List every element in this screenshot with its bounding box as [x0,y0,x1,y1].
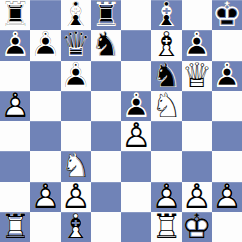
piece-black-pawn[interactable]: ♟♙ [212,61,242,91]
piece-outline-glyph: ♘ [151,58,181,92]
piece-white-king[interactable]: ♚♔ [182,212,212,242]
piece-outline-glyph: ♙ [181,179,211,213]
square-h5[interactable] [212,91,242,121]
square-f4[interactable] [151,121,181,151]
square-e3[interactable] [121,151,151,181]
piece-fill-glyph: ♞ [151,58,181,92]
piece-black-pawn[interactable]: ♟♙ [30,30,60,60]
piece-outline-glyph: ♖ [0,0,30,31]
square-b2[interactable]: ♟♙ [30,182,60,212]
piece-outline-glyph: ♙ [60,179,90,213]
piece-fill-glyph: ♝ [60,0,90,31]
square-f5[interactable]: ♞♘ [151,91,181,121]
piece-black-knight[interactable]: ♞♘ [151,61,181,91]
piece-white-rook[interactable]: ♜♖ [151,212,181,242]
square-f2[interactable]: ♟♙ [151,182,181,212]
piece-fill-glyph: ♞ [151,88,181,122]
piece-white-pawn[interactable]: ♟♙ [182,182,212,212]
square-b1[interactable] [30,212,60,242]
piece-fill-glyph: ♝ [151,28,181,62]
piece-fill-glyph: ♞ [60,149,90,183]
piece-fill-glyph: ♟ [181,179,211,213]
piece-fill-glyph: ♝ [60,209,90,242]
piece-outline-glyph: ♘ [151,88,181,122]
square-g8[interactable] [182,0,212,30]
square-h4[interactable] [212,121,242,151]
piece-white-bishop[interactable]: ♝♗ [151,30,181,60]
piece-outline-glyph: ♙ [212,179,242,213]
piece-fill-glyph: ♟ [30,28,60,62]
piece-fill-glyph: ♚ [212,0,242,31]
square-b8[interactable] [30,0,60,30]
piece-outline-glyph: ♔ [212,0,242,31]
piece-black-bishop[interactable]: ♝♗ [61,0,91,30]
square-c5[interactable] [61,91,91,121]
square-b4[interactable] [30,121,60,151]
piece-black-queen[interactable]: ♛♕ [61,30,91,60]
square-a5[interactable]: ♟♙ [0,91,30,121]
piece-fill-glyph: ♟ [121,118,151,152]
square-h7[interactable] [212,30,242,60]
piece-black-bishop[interactable]: ♝♗ [151,0,181,30]
square-d7[interactable]: ♞♘ [91,30,121,60]
square-a7[interactable]: ♟♙ [0,30,30,60]
piece-black-pawn[interactable]: ♟♙ [121,91,151,121]
square-h8[interactable]: ♚♔ [212,0,242,30]
piece-outline-glyph: ♖ [91,0,121,31]
chess-board: ♜♖♝♗♜♖♝♗♚♔♟♙♟♙♛♕♞♘♝♗♟♙♟♙♞♘♛♕♟♙♟♙♟♙♞♘♟♙♞♘… [0,0,242,242]
piece-outline-glyph: ♙ [121,88,151,122]
piece-fill-glyph: ♟ [0,28,30,62]
square-e1[interactable] [121,212,151,242]
square-f8[interactable]: ♝♗ [151,0,181,30]
piece-white-pawn[interactable]: ♟♙ [151,182,181,212]
piece-outline-glyph: ♙ [151,179,181,213]
square-g4[interactable] [182,121,212,151]
piece-fill-glyph: ♟ [121,88,151,122]
piece-outline-glyph: ♙ [0,28,30,62]
square-e4[interactable]: ♟♙ [121,121,151,151]
piece-black-pawn[interactable]: ♟♙ [182,30,212,60]
piece-white-knight[interactable]: ♞♘ [151,91,181,121]
piece-outline-glyph: ♕ [181,58,211,92]
piece-outline-glyph: ♙ [181,28,211,62]
piece-outline-glyph: ♕ [60,28,90,62]
piece-white-pawn[interactable]: ♟♙ [30,182,60,212]
square-b6[interactable] [30,61,60,91]
square-c3[interactable]: ♞♘ [61,151,91,181]
piece-outline-glyph: ♔ [181,209,211,242]
piece-white-knight[interactable]: ♞♘ [61,151,91,181]
square-c6[interactable]: ♟♙ [61,61,91,91]
square-d2[interactable] [91,182,121,212]
square-b7[interactable]: ♟♙ [30,30,60,60]
piece-white-pawn[interactable]: ♟♙ [0,91,30,121]
piece-fill-glyph: ♜ [91,0,121,31]
piece-outline-glyph: ♙ [30,179,60,213]
square-d1[interactable] [91,212,121,242]
piece-fill-glyph: ♞ [91,28,121,62]
square-a4[interactable] [0,121,30,151]
square-d8[interactable]: ♜♖ [91,0,121,30]
square-g6[interactable]: ♛♕ [182,61,212,91]
square-e7[interactable] [121,30,151,60]
piece-fill-glyph: ♚ [181,209,211,242]
square-b3[interactable] [30,151,60,181]
square-h2[interactable]: ♟♙ [212,182,242,212]
square-h6[interactable]: ♟♙ [212,61,242,91]
square-a8[interactable]: ♜♖ [0,0,30,30]
piece-white-pawn[interactable]: ♟♙ [61,182,91,212]
piece-outline-glyph: ♖ [0,209,30,242]
square-c1[interactable]: ♝♗ [61,212,91,242]
square-g7[interactable]: ♟♙ [182,30,212,60]
square-c7[interactable]: ♛♕ [61,30,91,60]
square-b5[interactable] [30,91,60,121]
square-d3[interactable] [91,151,121,181]
square-g5[interactable] [182,91,212,121]
square-f3[interactable] [151,151,181,181]
square-c8[interactable]: ♝♗ [61,0,91,30]
square-a6[interactable] [0,61,30,91]
piece-black-knight[interactable]: ♞♘ [91,30,121,60]
square-d4[interactable] [91,121,121,151]
piece-fill-glyph: ♜ [0,209,30,242]
square-e6[interactable] [121,61,151,91]
square-g2[interactable]: ♟♙ [182,182,212,212]
piece-fill-glyph: ♟ [60,58,90,92]
piece-fill-glyph: ♝ [151,0,181,31]
square-a3[interactable] [0,151,30,181]
square-g3[interactable] [182,151,212,181]
piece-outline-glyph: ♙ [121,118,151,152]
square-e8[interactable] [121,0,151,30]
piece-outline-glyph: ♙ [0,88,30,122]
square-f1[interactable]: ♜♖ [151,212,181,242]
piece-black-king[interactable]: ♚♔ [212,0,242,30]
piece-fill-glyph: ♛ [181,58,211,92]
piece-outline-glyph: ♗ [151,28,181,62]
piece-fill-glyph: ♟ [151,179,181,213]
piece-white-pawn[interactable]: ♟♙ [121,121,151,151]
square-a1[interactable]: ♜♖ [0,212,30,242]
piece-outline-glyph: ♗ [60,209,90,242]
piece-black-pawn[interactable]: ♟♙ [61,61,91,91]
piece-fill-glyph: ♟ [60,179,90,213]
square-h3[interactable] [212,151,242,181]
piece-black-pawn[interactable]: ♟♙ [0,30,30,60]
piece-white-bishop[interactable]: ♝♗ [61,212,91,242]
piece-outline-glyph: ♖ [151,209,181,242]
piece-black-rook[interactable]: ♜♖ [0,0,30,30]
square-c4[interactable] [61,121,91,151]
square-f7[interactable]: ♝♗ [151,30,181,60]
piece-fill-glyph: ♟ [212,179,242,213]
piece-outline-glyph: ♙ [60,58,90,92]
square-d6[interactable] [91,61,121,91]
square-f6[interactable]: ♞♘ [151,61,181,91]
piece-outline-glyph: ♗ [151,0,181,31]
piece-outline-glyph: ♘ [60,149,90,183]
piece-fill-glyph: ♟ [181,28,211,62]
piece-white-pawn[interactable]: ♟♙ [212,182,242,212]
piece-black-rook[interactable]: ♜♖ [91,0,121,30]
square-e5[interactable]: ♟♙ [121,91,151,121]
piece-fill-glyph: ♟ [30,179,60,213]
square-c2[interactable]: ♟♙ [61,182,91,212]
piece-outline-glyph: ♙ [30,28,60,62]
piece-fill-glyph: ♟ [0,88,30,122]
square-g1[interactable]: ♚♔ [182,212,212,242]
piece-fill-glyph: ♛ [60,28,90,62]
square-h1[interactable] [212,212,242,242]
square-a2[interactable] [0,182,30,212]
piece-fill-glyph: ♟ [212,58,242,92]
square-e2[interactable] [121,182,151,212]
piece-fill-glyph: ♜ [0,0,30,31]
piece-outline-glyph: ♙ [212,58,242,92]
piece-outline-glyph: ♗ [60,0,90,31]
square-d5[interactable] [91,91,121,121]
piece-outline-glyph: ♘ [91,28,121,62]
piece-fill-glyph: ♜ [151,209,181,242]
piece-white-queen[interactable]: ♛♕ [182,61,212,91]
piece-white-rook[interactable]: ♜♖ [0,212,30,242]
